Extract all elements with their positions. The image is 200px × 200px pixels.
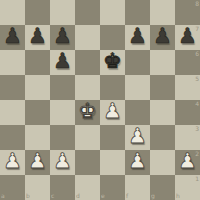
white-pawn[interactable]: ♟ xyxy=(128,124,147,149)
square-g2[interactable] xyxy=(150,150,175,175)
square-b1[interactable]: b xyxy=(25,175,50,200)
black-pawn[interactable]: ♟ xyxy=(128,24,147,49)
square-h1[interactable]: 1h xyxy=(175,175,200,200)
file-label-f: f xyxy=(126,193,128,199)
square-e7[interactable] xyxy=(100,25,125,50)
square-c1[interactable]: c xyxy=(50,175,75,200)
square-a1[interactable]: a xyxy=(0,175,25,200)
square-a4[interactable] xyxy=(0,100,25,125)
square-g8[interactable] xyxy=(150,0,175,25)
square-b5[interactable] xyxy=(25,75,50,100)
square-e3[interactable] xyxy=(100,125,125,150)
square-c5[interactable] xyxy=(50,75,75,100)
white-pawn[interactable]: ♟ xyxy=(128,149,147,174)
square-g1[interactable]: g xyxy=(150,175,175,200)
black-pawn[interactable]: ♟ xyxy=(53,24,72,49)
chess-board: 8♟♟♟♟♟♟7♟♚65♚♟4♟3♟♟♟♟♟2abcdefg1h xyxy=(0,0,200,200)
square-a8[interactable] xyxy=(0,0,25,25)
white-pawn[interactable]: ♟ xyxy=(53,149,72,174)
square-c7[interactable]: ♟ xyxy=(50,25,75,50)
file-label-a: a xyxy=(1,193,5,199)
square-e5[interactable] xyxy=(100,75,125,100)
square-e4[interactable]: ♟ xyxy=(100,100,125,125)
file-label-g: g xyxy=(151,193,155,199)
square-f2[interactable]: ♟ xyxy=(125,150,150,175)
black-pawn[interactable]: ♟ xyxy=(153,24,172,49)
white-pawn[interactable]: ♟ xyxy=(178,149,197,174)
square-h5[interactable]: 5 xyxy=(175,75,200,100)
white-pawn[interactable]: ♟ xyxy=(3,149,22,174)
square-h2[interactable]: ♟2 xyxy=(175,150,200,175)
square-c8[interactable] xyxy=(50,0,75,25)
square-d2[interactable] xyxy=(75,150,100,175)
file-label-h: h xyxy=(176,193,180,199)
rank-label-3: 3 xyxy=(195,126,199,132)
black-pawn[interactable]: ♟ xyxy=(28,24,47,49)
square-b6[interactable] xyxy=(25,50,50,75)
file-label-c: c xyxy=(51,193,54,199)
square-f8[interactable] xyxy=(125,0,150,25)
square-c3[interactable] xyxy=(50,125,75,150)
square-b4[interactable] xyxy=(25,100,50,125)
white-pawn[interactable]: ♟ xyxy=(103,99,122,124)
square-a2[interactable]: ♟ xyxy=(0,150,25,175)
black-pawn[interactable]: ♟ xyxy=(53,49,72,74)
rank-label-5: 5 xyxy=(195,76,199,82)
square-a7[interactable]: ♟ xyxy=(0,25,25,50)
rank-label-6: 6 xyxy=(195,51,199,57)
file-label-b: b xyxy=(26,193,30,199)
square-a5[interactable] xyxy=(0,75,25,100)
square-g4[interactable] xyxy=(150,100,175,125)
square-a3[interactable] xyxy=(0,125,25,150)
square-h8[interactable]: 8 xyxy=(175,0,200,25)
rank-label-1: 1 xyxy=(195,176,199,182)
file-label-e: e xyxy=(101,193,105,199)
square-d4[interactable]: ♚ xyxy=(75,100,100,125)
square-b2[interactable]: ♟ xyxy=(25,150,50,175)
white-king[interactable]: ♚ xyxy=(78,99,97,124)
square-f1[interactable]: f xyxy=(125,175,150,200)
square-h7[interactable]: ♟7 xyxy=(175,25,200,50)
square-d1[interactable]: d xyxy=(75,175,100,200)
square-a6[interactable] xyxy=(0,50,25,75)
square-d8[interactable] xyxy=(75,0,100,25)
black-king[interactable]: ♚ xyxy=(103,49,122,74)
square-g5[interactable] xyxy=(150,75,175,100)
black-pawn[interactable]: ♟ xyxy=(178,24,197,49)
square-b8[interactable] xyxy=(25,0,50,25)
square-f7[interactable]: ♟ xyxy=(125,25,150,50)
square-e1[interactable]: e xyxy=(100,175,125,200)
square-f3[interactable]: ♟ xyxy=(125,125,150,150)
square-h4[interactable]: 4 xyxy=(175,100,200,125)
rank-label-8: 8 xyxy=(195,1,199,7)
square-d3[interactable] xyxy=(75,125,100,150)
square-f6[interactable] xyxy=(125,50,150,75)
square-g6[interactable] xyxy=(150,50,175,75)
square-f4[interactable] xyxy=(125,100,150,125)
square-g7[interactable]: ♟ xyxy=(150,25,175,50)
file-label-d: d xyxy=(76,193,80,199)
white-pawn[interactable]: ♟ xyxy=(28,149,47,174)
square-d6[interactable] xyxy=(75,50,100,75)
square-c2[interactable]: ♟ xyxy=(50,150,75,175)
square-h3[interactable]: 3 xyxy=(175,125,200,150)
square-e6[interactable]: ♚ xyxy=(100,50,125,75)
square-c4[interactable] xyxy=(50,100,75,125)
square-d5[interactable] xyxy=(75,75,100,100)
square-c6[interactable]: ♟ xyxy=(50,50,75,75)
square-b3[interactable] xyxy=(25,125,50,150)
square-f5[interactable] xyxy=(125,75,150,100)
black-pawn[interactable]: ♟ xyxy=(3,24,22,49)
square-h6[interactable]: 6 xyxy=(175,50,200,75)
rank-label-4: 4 xyxy=(195,101,199,107)
square-e8[interactable] xyxy=(100,0,125,25)
square-g3[interactable] xyxy=(150,125,175,150)
square-b7[interactable]: ♟ xyxy=(25,25,50,50)
square-d7[interactable] xyxy=(75,25,100,50)
square-e2[interactable] xyxy=(100,150,125,175)
